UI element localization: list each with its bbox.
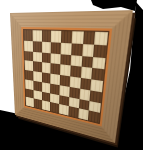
square-e1 [59,104,69,115]
square-d1 [50,102,59,113]
playing-area [24,30,108,123]
square-d7 [51,42,61,54]
square-h8 [94,32,108,45]
square-f8 [71,31,83,44]
square-a7 [24,40,33,51]
square-h7 [93,44,106,57]
square-h1 [88,111,100,123]
square-b7 [33,41,42,52]
square-e8 [61,31,72,43]
square-b1 [33,99,41,110]
square-d8 [51,31,61,43]
square-c8 [42,30,52,42]
square-c7 [42,41,51,52]
square-b8 [32,30,41,41]
photo-canvas [0,0,143,150]
square-a8 [24,30,33,41]
square-e7 [61,43,72,55]
square-f1 [68,106,78,118]
square-c1 [42,100,51,111]
square-f7 [71,43,83,55]
square-a1 [26,97,34,107]
